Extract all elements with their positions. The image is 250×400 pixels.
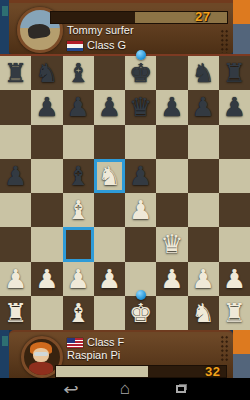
square-b2[interactable]: ♟ [31, 262, 62, 296]
square-d3[interactable] [94, 227, 125, 261]
bottom-player-bar: Class F Raspian Pi 32 [0, 330, 250, 378]
white-pawn: ♟ [35, 266, 58, 292]
square-h1[interactable]: ♜ [219, 296, 250, 330]
black-queen: ♛ [129, 94, 152, 120]
black-knight: ♞ [191, 60, 214, 86]
square-f2[interactable]: ♟ [156, 262, 187, 296]
black-pawn: ♟ [129, 163, 152, 189]
king-marker-dot [136, 50, 146, 60]
black-pawn: ♟ [98, 94, 121, 120]
home-icon[interactable]: ⌂ [112, 378, 138, 400]
square-h7[interactable]: ♟ [219, 90, 250, 124]
bottom-player-class: Class F [87, 336, 124, 348]
white-rook: ♜ [223, 300, 246, 326]
white-bishop: ♝ [66, 300, 89, 326]
square-h3[interactable] [219, 227, 250, 261]
black-pawn: ♟ [66, 94, 89, 120]
square-c5[interactable]: ♝ [63, 159, 94, 193]
square-g6[interactable] [188, 125, 219, 159]
avatar-shirt [29, 362, 53, 375]
square-g4[interactable] [188, 193, 219, 227]
black-pawn: ♟ [160, 94, 183, 120]
square-c3[interactable] [63, 227, 94, 261]
square-d2[interactable]: ♟ [94, 262, 125, 296]
black-bishop: ♝ [66, 60, 89, 86]
square-f1[interactable] [156, 296, 187, 330]
bottom-player-panel: Class F Raspian Pi 32 [9, 330, 233, 378]
square-f4[interactable] [156, 193, 187, 227]
bottom-player-name: Raspian Pi [67, 349, 120, 361]
white-queen: ♛ [160, 231, 183, 257]
square-d5[interactable]: ♞ [94, 159, 125, 193]
square-c8[interactable]: ♝ [63, 56, 94, 90]
bottom-player-progress-bar [55, 365, 227, 378]
top-player-name: Tommy surfer [67, 24, 134, 36]
white-pawn: ♟ [66, 266, 89, 292]
android-nav-bar: ↩ ⌂ [0, 378, 250, 400]
square-d1[interactable] [94, 296, 125, 330]
square-a4[interactable] [0, 193, 31, 227]
netherlands-flag-icon [67, 41, 83, 51]
square-h4[interactable] [219, 193, 250, 227]
square-f5[interactable] [156, 159, 187, 193]
square-e7[interactable]: ♛ [125, 90, 156, 124]
square-g2[interactable]: ♟ [188, 262, 219, 296]
background-right-slate [233, 354, 250, 378]
square-e4[interactable]: ♟ [125, 193, 156, 227]
square-f8[interactable] [156, 56, 187, 90]
chess-board[interactable]: ♜♞♝♚♞♜♟♟♟♛♟♟♟♟♝♞♟♝♟♛♟♟♟♟♟♟♟♜♝♚♞♜ [0, 54, 250, 330]
square-a2[interactable]: ♟ [0, 262, 31, 296]
square-h8[interactable]: ♜ [219, 56, 250, 90]
background-right-slate [233, 24, 250, 54]
square-c4[interactable]: ♝ [63, 193, 94, 227]
panel-dots-decoration [220, 29, 229, 53]
white-king: ♚ [129, 300, 152, 326]
black-rook: ♜ [223, 60, 246, 86]
square-d4[interactable] [94, 193, 125, 227]
square-f7[interactable]: ♟ [156, 90, 187, 124]
white-knight: ♞ [191, 300, 214, 326]
square-e6[interactable] [125, 125, 156, 159]
square-g5[interactable] [188, 159, 219, 193]
white-pawn: ♟ [160, 266, 183, 292]
top-player-score: 27 [195, 9, 210, 24]
white-pawn: ♟ [191, 266, 214, 292]
background-right-orange [233, 0, 250, 24]
square-e1[interactable]: ♚ [125, 296, 156, 330]
black-knight: ♞ [35, 60, 58, 86]
white-pawn: ♟ [4, 266, 27, 292]
top-player-progress-fill [135, 12, 227, 23]
square-a5[interactable]: ♟ [0, 159, 31, 193]
square-h6[interactable] [219, 125, 250, 159]
king-marker-dot [136, 290, 146, 300]
white-bishop: ♝ [66, 197, 89, 223]
white-pawn: ♟ [98, 266, 121, 292]
square-b5[interactable] [31, 159, 62, 193]
bottom-player-score: 32 [205, 364, 220, 379]
square-b7[interactable]: ♟ [31, 90, 62, 124]
square-b1[interactable] [31, 296, 62, 330]
square-b8[interactable]: ♞ [31, 56, 62, 90]
square-a3[interactable] [0, 227, 31, 261]
square-b4[interactable] [31, 193, 62, 227]
square-g7[interactable]: ♟ [188, 90, 219, 124]
square-e8[interactable]: ♚ [125, 56, 156, 90]
avatar-glasses [34, 352, 48, 356]
square-f6[interactable] [156, 125, 187, 159]
square-g3[interactable] [188, 227, 219, 261]
square-a7[interactable] [0, 90, 31, 124]
square-a1[interactable]: ♜ [0, 296, 31, 330]
black-pawn: ♟ [35, 94, 58, 120]
square-d7[interactable]: ♟ [94, 90, 125, 124]
square-b6[interactable] [31, 125, 62, 159]
square-h5[interactable] [219, 159, 250, 193]
square-b3[interactable] [31, 227, 62, 261]
black-pawn: ♟ [4, 163, 27, 189]
panel-dots-decoration [220, 335, 229, 363]
top-player-class: Class G [87, 39, 126, 51]
white-pawn: ♟ [223, 266, 246, 292]
square-d6[interactable] [94, 125, 125, 159]
black-pawn: ♟ [191, 94, 214, 120]
square-c6[interactable] [63, 125, 94, 159]
top-player-panel: 27 Tommy surfer Class G [9, 0, 233, 54]
white-knight: ♞ [98, 163, 121, 189]
back-icon[interactable]: ↩ [56, 378, 86, 400]
square-c1[interactable]: ♝ [63, 296, 94, 330]
top-player-bar: 27 Tommy surfer Class G [0, 0, 250, 54]
bottom-player-progress-fill [56, 366, 148, 377]
square-g8[interactable]: ♞ [188, 56, 219, 90]
recents-icon[interactable] [168, 378, 194, 400]
square-f3[interactable]: ♛ [156, 227, 187, 261]
square-e5[interactable]: ♟ [125, 159, 156, 193]
black-pawn: ♟ [223, 94, 246, 120]
white-pawn: ♟ [129, 197, 152, 223]
square-c7[interactable]: ♟ [63, 90, 94, 124]
square-e3[interactable] [125, 227, 156, 261]
usa-flag-icon [67, 338, 83, 348]
square-g1[interactable]: ♞ [188, 296, 219, 330]
black-bishop: ♝ [66, 163, 89, 189]
square-a8[interactable]: ♜ [0, 56, 31, 90]
square-c2[interactable]: ♟ [63, 262, 94, 296]
square-d8[interactable] [94, 56, 125, 90]
background-left-strip [0, 0, 9, 54]
background-left-strip [0, 330, 9, 378]
square-h2[interactable]: ♟ [219, 262, 250, 296]
white-rook: ♜ [4, 300, 27, 326]
square-a6[interactable] [0, 125, 31, 159]
black-king: ♚ [129, 60, 152, 86]
background-right-orange [233, 330, 250, 354]
black-rook: ♜ [4, 60, 27, 86]
